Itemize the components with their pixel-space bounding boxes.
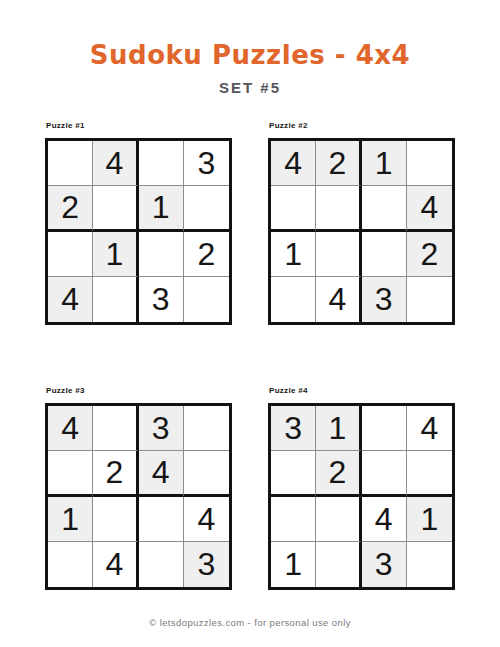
- sudoku-cell-r3c0: [48, 542, 93, 587]
- sudoku-cell-r1c2: 1: [139, 186, 184, 231]
- page-subtitle: SET #5: [0, 79, 500, 96]
- sudoku-cell-r2c3: 2: [184, 232, 229, 277]
- sudoku-cell-r1c2: [362, 451, 407, 496]
- sudoku-cell-r0c1: [93, 406, 138, 451]
- sudoku-cell-r0c1: 4: [93, 141, 138, 186]
- sudoku-cell-r0c1: 2: [316, 141, 361, 186]
- sudoku-cell-r0c0: [48, 141, 93, 186]
- sudoku-cell-r2c3: 4: [184, 497, 229, 542]
- sudoku-cell-r1c0: [271, 186, 316, 231]
- sudoku-cell-r3c2: 3: [362, 542, 407, 587]
- sudoku-cell-r1c1: [316, 186, 361, 231]
- sudoku-cell-r3c1: [316, 542, 361, 587]
- puzzle-label-4: Puzzle #4: [269, 385, 455, 396]
- sudoku-cell-r2c0: 1: [48, 497, 93, 542]
- sudoku-cell-r1c3: 4: [407, 186, 452, 231]
- sudoku-cell-r3c2: 3: [362, 277, 407, 322]
- sudoku-cell-r3c1: 4: [316, 277, 361, 322]
- sudoku-cell-r1c1: 2: [316, 451, 361, 496]
- sudoku-cell-r1c0: [48, 451, 93, 496]
- sudoku-cell-r0c0: 4: [48, 406, 93, 451]
- sudoku-cell-r2c1: [316, 232, 361, 277]
- sudoku-cell-r2c3: 1: [407, 497, 452, 542]
- sudoku-cell-r0c3: 3: [184, 141, 229, 186]
- sudoku-cell-r3c2: [139, 542, 184, 587]
- sudoku-cell-r1c0: 2: [48, 186, 93, 231]
- page-title: Sudoku Puzzles - 4x4: [0, 40, 500, 70]
- sudoku-cell-r1c2: [362, 186, 407, 231]
- puzzle-label-1: Puzzle #1: [46, 120, 232, 131]
- sudoku-grid-2: 42141243: [268, 138, 455, 325]
- sudoku-cell-r2c1: 1: [93, 232, 138, 277]
- sudoku-cell-r0c0: 3: [271, 406, 316, 451]
- sudoku-cell-r2c2: 4: [362, 497, 407, 542]
- sudoku-cell-r1c1: 2: [93, 451, 138, 496]
- sudoku-cell-r2c3: 2: [407, 232, 452, 277]
- puzzle-label-3: Puzzle #3: [46, 385, 232, 396]
- sudoku-grid-3: 43241443: [45, 403, 232, 590]
- footer-credit: © letsdopuzzles.com - for personal use o…: [0, 617, 500, 628]
- sudoku-cell-r3c3: [184, 277, 229, 322]
- sudoku-cell-r2c2: [139, 497, 184, 542]
- sudoku-cell-r0c3: [407, 141, 452, 186]
- sudoku-cell-r3c0: 1: [271, 542, 316, 587]
- sudoku-cell-r3c1: 4: [93, 542, 138, 587]
- sudoku-cell-r0c0: 4: [271, 141, 316, 186]
- sudoku-cell-r3c3: [407, 277, 452, 322]
- sudoku-cell-r0c2: [139, 141, 184, 186]
- sudoku-grid-4: 31424113: [268, 403, 455, 590]
- sudoku-cell-r0c1: 1: [316, 406, 361, 451]
- puzzle-block-4: Puzzle #4 31424113: [268, 385, 455, 590]
- puzzle-block-2: Puzzle #2 42141243: [268, 120, 455, 325]
- sudoku-cell-r2c1: [316, 497, 361, 542]
- sudoku-cell-r0c3: 4: [407, 406, 452, 451]
- sudoku-grid-1: 43211243: [45, 138, 232, 325]
- sudoku-cell-r2c0: [48, 232, 93, 277]
- sudoku-cell-r3c3: 3: [184, 542, 229, 587]
- sudoku-cell-r0c3: [184, 406, 229, 451]
- sudoku-cell-r1c0: [271, 451, 316, 496]
- sudoku-cell-r3c3: [407, 542, 452, 587]
- puzzle-label-2: Puzzle #2: [269, 120, 455, 131]
- sudoku-cell-r3c2: 3: [139, 277, 184, 322]
- sudoku-cell-r0c2: [362, 406, 407, 451]
- sudoku-cell-r3c1: [93, 277, 138, 322]
- puzzle-block-3: Puzzle #3 43241443: [45, 385, 232, 590]
- puzzle-sheet: Sudoku Puzzles - 4x4 SET #5 Puzzle #1 43…: [0, 0, 500, 647]
- sudoku-cell-r1c2: 4: [139, 451, 184, 496]
- sudoku-cell-r2c0: 1: [271, 232, 316, 277]
- puzzle-block-1: Puzzle #1 43211243: [45, 120, 232, 325]
- sudoku-cell-r2c1: [93, 497, 138, 542]
- sudoku-cell-r1c3: [184, 451, 229, 496]
- sudoku-cell-r2c2: [139, 232, 184, 277]
- sudoku-cell-r1c1: [93, 186, 138, 231]
- sudoku-cell-r1c3: [184, 186, 229, 231]
- sudoku-cell-r3c0: 4: [48, 277, 93, 322]
- sudoku-cell-r3c0: [271, 277, 316, 322]
- sudoku-cell-r0c2: 3: [139, 406, 184, 451]
- sudoku-cell-r0c2: 1: [362, 141, 407, 186]
- sudoku-cell-r1c3: [407, 451, 452, 496]
- sudoku-cell-r2c0: [271, 497, 316, 542]
- sudoku-cell-r2c2: [362, 232, 407, 277]
